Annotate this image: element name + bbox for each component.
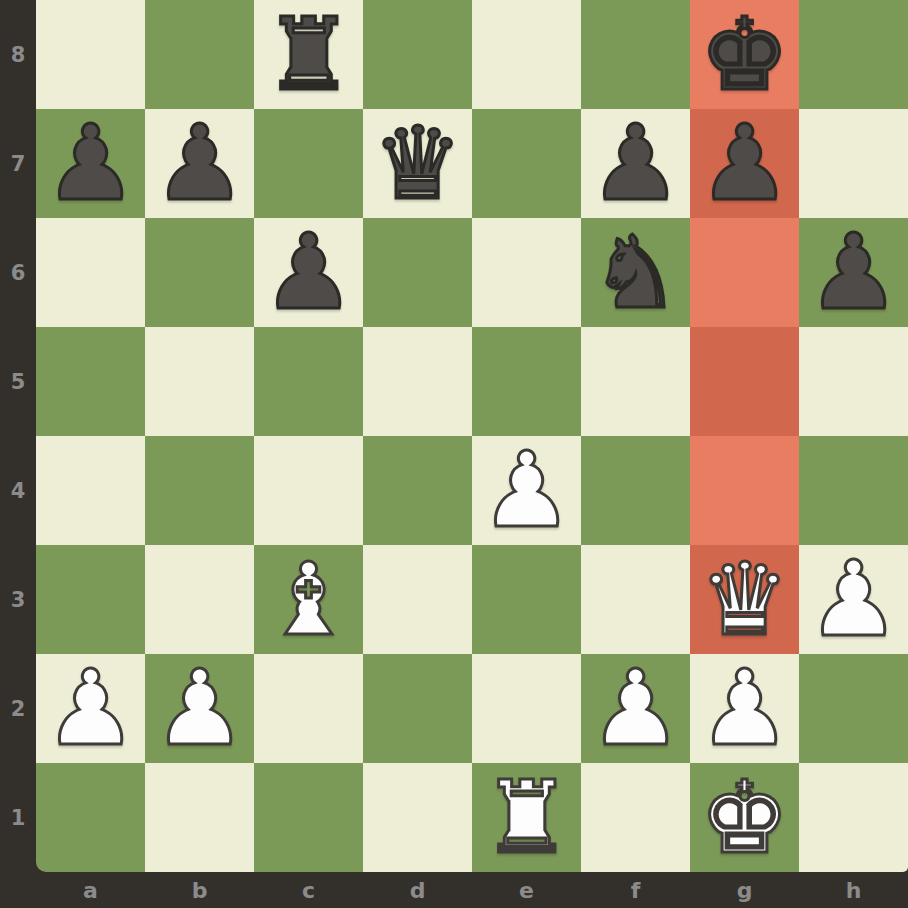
square-f6[interactable]: ♞ xyxy=(581,218,690,327)
square-g1[interactable]: ♚ xyxy=(690,763,799,872)
white-pawn[interactable]: ♟ xyxy=(698,654,791,763)
file-label-d: d xyxy=(363,872,472,908)
black-pawn[interactable]: ♟ xyxy=(262,218,355,327)
square-c5[interactable] xyxy=(254,327,363,436)
square-b7[interactable]: ♟ xyxy=(145,109,254,218)
white-pawn[interactable]: ♟ xyxy=(480,436,573,545)
rank-label-6: 6 xyxy=(0,218,36,327)
square-d6[interactable] xyxy=(363,218,472,327)
square-g4[interactable] xyxy=(690,436,799,545)
rank-label-5: 5 xyxy=(0,327,36,436)
file-label-c: c xyxy=(254,872,363,908)
square-a2[interactable]: ♟ xyxy=(36,654,145,763)
square-h1[interactable] xyxy=(799,763,908,872)
square-e4[interactable]: ♟ xyxy=(472,436,581,545)
square-f4[interactable] xyxy=(581,436,690,545)
square-f1[interactable] xyxy=(581,763,690,872)
square-e8[interactable] xyxy=(472,0,581,109)
file-label-h: h xyxy=(799,872,908,908)
square-d8[interactable] xyxy=(363,0,472,109)
square-a6[interactable] xyxy=(36,218,145,327)
square-g7[interactable]: ♟ xyxy=(690,109,799,218)
square-g6[interactable] xyxy=(690,218,799,327)
file-label-g: g xyxy=(690,872,799,908)
square-h4[interactable] xyxy=(799,436,908,545)
white-rook[interactable]: ♜ xyxy=(482,763,572,872)
white-king[interactable]: ♚ xyxy=(700,763,790,872)
square-g8[interactable]: ♚ xyxy=(690,0,799,109)
square-b1[interactable] xyxy=(145,763,254,872)
square-e2[interactable] xyxy=(472,654,581,763)
white-bishop[interactable]: ♝ xyxy=(264,545,354,654)
square-b3[interactable] xyxy=(145,545,254,654)
black-pawn[interactable]: ♟ xyxy=(698,109,791,218)
black-knight[interactable]: ♞ xyxy=(591,218,681,327)
square-f3[interactable] xyxy=(581,545,690,654)
square-b8[interactable] xyxy=(145,0,254,109)
square-e1[interactable]: ♜ xyxy=(472,763,581,872)
black-pawn[interactable]: ♟ xyxy=(153,109,246,218)
square-e7[interactable] xyxy=(472,109,581,218)
square-h7[interactable] xyxy=(799,109,908,218)
black-queen[interactable]: ♛ xyxy=(373,109,463,218)
rank-label-7: 7 xyxy=(0,109,36,218)
square-d7[interactable]: ♛ xyxy=(363,109,472,218)
square-c8[interactable]: ♜ xyxy=(254,0,363,109)
square-f5[interactable] xyxy=(581,327,690,436)
square-g2[interactable]: ♟ xyxy=(690,654,799,763)
square-f2[interactable]: ♟ xyxy=(581,654,690,763)
black-pawn[interactable]: ♟ xyxy=(807,218,900,327)
rank-label-4: 4 xyxy=(0,436,36,545)
square-c3[interactable]: ♝ xyxy=(254,545,363,654)
square-g3[interactable]: ♛ xyxy=(690,545,799,654)
square-a5[interactable] xyxy=(36,327,145,436)
board: ♜♚♟♟♛♟♟♟♞♟♟♝♛♟♟♟♟♟♜♚ xyxy=(36,0,908,872)
rank-label-2: 2 xyxy=(0,654,36,763)
square-d4[interactable] xyxy=(363,436,472,545)
white-queen[interactable]: ♛ xyxy=(700,545,790,654)
square-c2[interactable] xyxy=(254,654,363,763)
white-pawn[interactable]: ♟ xyxy=(44,654,137,763)
square-b5[interactable] xyxy=(145,327,254,436)
rank-label-8: 8 xyxy=(0,0,36,109)
chess-app-frame: 87654321 ♜♚♟♟♛♟♟♟♞♟♟♝♛♟♟♟♟♟♜♚ abcdefgh xyxy=(0,0,908,908)
square-h5[interactable] xyxy=(799,327,908,436)
square-c1[interactable] xyxy=(254,763,363,872)
square-c6[interactable]: ♟ xyxy=(254,218,363,327)
square-a7[interactable]: ♟ xyxy=(36,109,145,218)
square-e3[interactable] xyxy=(472,545,581,654)
rank-label-1: 1 xyxy=(0,763,36,872)
square-a4[interactable] xyxy=(36,436,145,545)
black-rook[interactable]: ♜ xyxy=(264,0,354,109)
square-h8[interactable] xyxy=(799,0,908,109)
square-d3[interactable] xyxy=(363,545,472,654)
rank-labels: 87654321 xyxy=(0,0,36,872)
white-pawn[interactable]: ♟ xyxy=(589,654,682,763)
black-king[interactable]: ♚ xyxy=(700,0,790,109)
square-a1[interactable] xyxy=(36,763,145,872)
square-g5[interactable] xyxy=(690,327,799,436)
square-h6[interactable]: ♟ xyxy=(799,218,908,327)
file-label-b: b xyxy=(145,872,254,908)
square-a3[interactable] xyxy=(36,545,145,654)
square-b6[interactable] xyxy=(145,218,254,327)
square-e5[interactable] xyxy=(472,327,581,436)
square-b2[interactable]: ♟ xyxy=(145,654,254,763)
file-label-a: a xyxy=(36,872,145,908)
square-d2[interactable] xyxy=(363,654,472,763)
square-h2[interactable] xyxy=(799,654,908,763)
square-d5[interactable] xyxy=(363,327,472,436)
rank-label-3: 3 xyxy=(0,545,36,654)
black-pawn[interactable]: ♟ xyxy=(589,109,682,218)
black-pawn[interactable]: ♟ xyxy=(44,109,137,218)
square-e6[interactable] xyxy=(472,218,581,327)
file-labels: abcdefgh xyxy=(36,872,908,908)
square-c4[interactable] xyxy=(254,436,363,545)
square-f7[interactable]: ♟ xyxy=(581,109,690,218)
square-c7[interactable] xyxy=(254,109,363,218)
white-pawn[interactable]: ♟ xyxy=(153,654,246,763)
white-pawn[interactable]: ♟ xyxy=(807,545,900,654)
square-b4[interactable] xyxy=(145,436,254,545)
square-f8[interactable] xyxy=(581,0,690,109)
file-label-e: e xyxy=(472,872,581,908)
square-d1[interactable] xyxy=(363,763,472,872)
square-a8[interactable] xyxy=(36,0,145,109)
file-label-f: f xyxy=(581,872,690,908)
square-h3[interactable]: ♟ xyxy=(799,545,908,654)
